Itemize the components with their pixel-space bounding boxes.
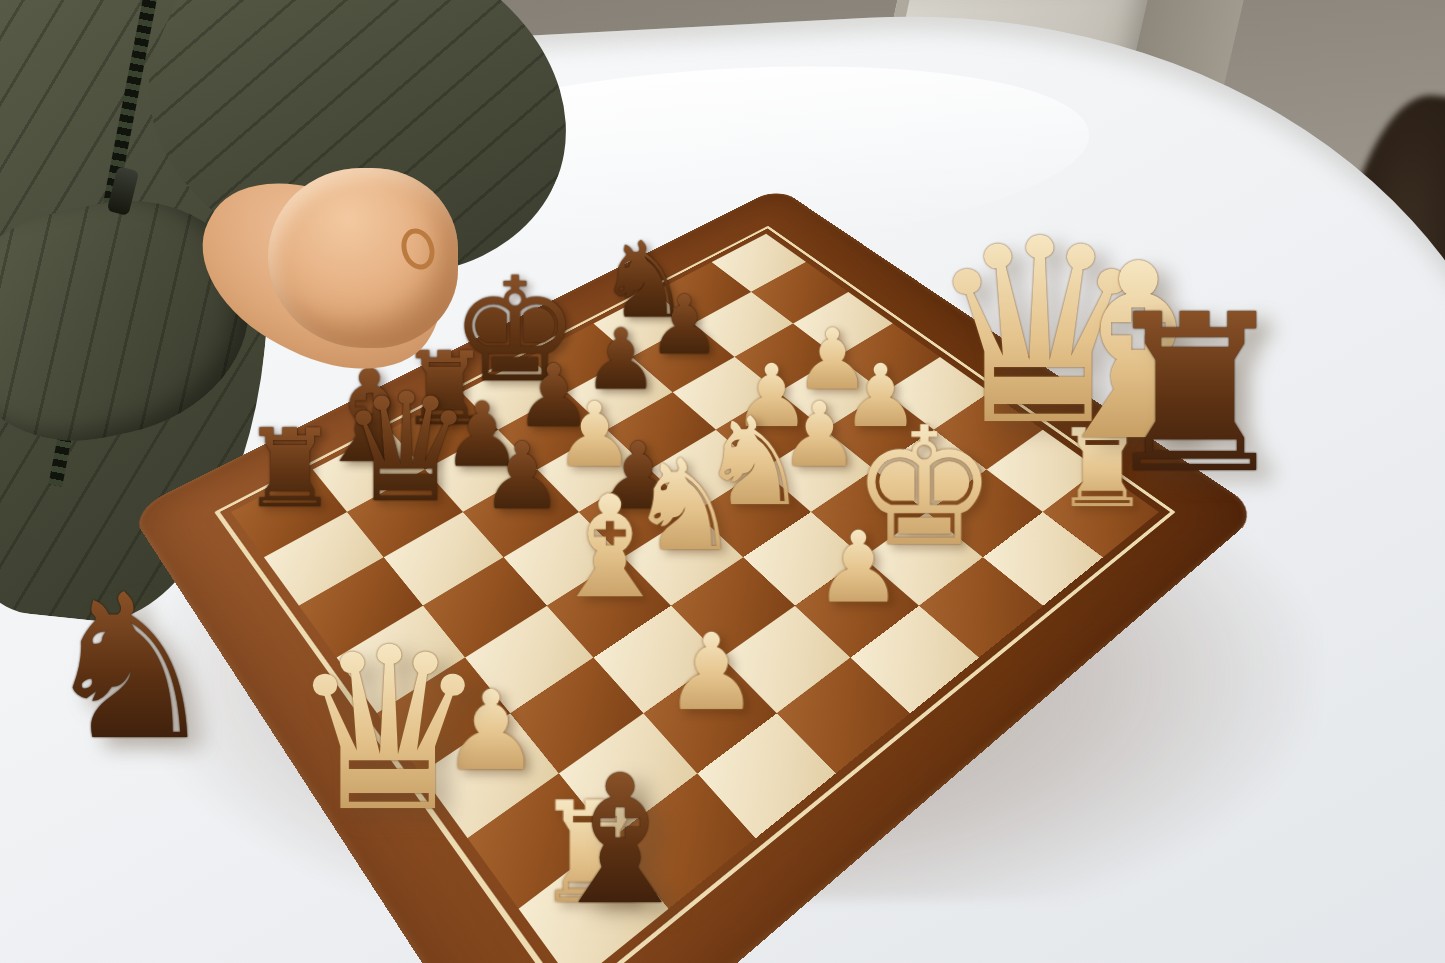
- white-pawn-glyph: ♟: [698, 519, 1019, 617]
- white-queen-glyph: ♛: [288, 618, 488, 843]
- captured-black-bishop[interactable]: ♝: [520, 752, 720, 930]
- black-knight-glyph: ♞: [30, 568, 230, 768]
- captured-white-queen[interactable]: ♛: [288, 618, 488, 843]
- photo-stage: ♜♝♜♚♞♛♟♟♟♟♟♟♟♟♟♝♞♞♟♟♟♟♟♚♜♜ ♞ ♛ ♝ ♛ ♝ ♜: [0, 0, 1445, 963]
- captured-black-knight[interactable]: ♞: [30, 568, 230, 768]
- captured-black-rook[interactable]: ♜: [1095, 286, 1295, 504]
- black-rook-glyph: ♜: [1095, 286, 1295, 504]
- black-bishop-glyph: ♝: [520, 752, 720, 930]
